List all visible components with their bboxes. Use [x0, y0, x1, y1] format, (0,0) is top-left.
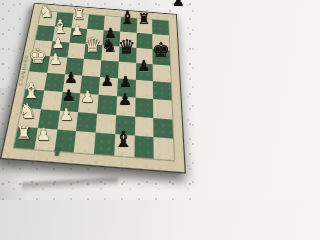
board-maker-logo: ♛: [52, 147, 62, 160]
square-e3: [65, 58, 84, 76]
square-b4: [76, 112, 97, 133]
square-h5: [104, 16, 121, 31]
captured-black-piece: ♟: [172, 0, 185, 9]
square-d5: [99, 77, 118, 96]
square-e5: [100, 60, 119, 78]
square-e8: [153, 65, 171, 83]
square-g6: [119, 31, 136, 47]
square-f8: [153, 49, 170, 66]
square-c8: [153, 99, 172, 119]
square-a5: [94, 133, 115, 156]
square-h3: [71, 13, 89, 28]
square-f6: [119, 46, 136, 63]
table-shadow-streak: [22, 177, 118, 191]
square-a4: [74, 131, 96, 154]
square-d8: [153, 81, 171, 100]
square-h7: [136, 18, 152, 33]
square-d6: [117, 78, 136, 97]
square-d3: [62, 74, 82, 93]
square-f4: [84, 44, 102, 61]
square-a6: [114, 134, 134, 157]
square-b8: [153, 118, 173, 139]
square-c6: [116, 96, 135, 116]
square-d4: [80, 76, 100, 95]
square-c4: [78, 93, 98, 113]
square-b5: [96, 113, 116, 134]
square-e7: [135, 63, 153, 81]
square-g7: [136, 33, 153, 49]
board-grid: [13, 10, 176, 161]
square-b7: [134, 116, 153, 137]
square-g8: [153, 34, 170, 50]
square-f3: [67, 42, 86, 59]
square-g5: [103, 30, 120, 46]
square-h8: [152, 20, 168, 35]
chess-board: STANDARD ♛: [0, 3, 186, 174]
square-d7: [135, 80, 153, 99]
square-a7: [134, 136, 154, 159]
square-f5: [101, 45, 119, 62]
square-a8: [154, 137, 174, 160]
square-c7: [135, 97, 154, 117]
square-g4: [86, 29, 104, 45]
square-f7: [136, 47, 153, 64]
square-h6: [120, 17, 137, 32]
square-e4: [82, 59, 101, 77]
square-b6: [115, 115, 135, 136]
square-b3: [57, 110, 79, 131]
square-e6: [118, 62, 136, 80]
square-c3: [60, 92, 81, 112]
square-g3: [69, 27, 87, 43]
square-c5: [97, 95, 117, 115]
square-h4: [87, 15, 104, 30]
